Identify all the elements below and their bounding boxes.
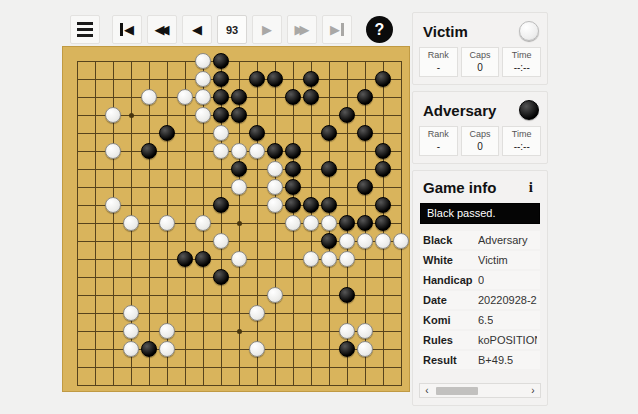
white-stone-icon <box>519 21 539 41</box>
black-stone[interactable] <box>303 197 319 213</box>
black-stone[interactable] <box>285 161 301 177</box>
white-stone[interactable] <box>267 161 283 177</box>
hoshi-point <box>129 113 134 118</box>
player-panel-white: Victim Rank-Caps0Time--:-- <box>412 12 548 85</box>
game-info-panel: Game info i Black passed. BlackAdversary… <box>412 170 548 406</box>
white-player-stats: Rank-Caps0Time--:-- <box>419 47 541 77</box>
help-button[interactable]: ? <box>366 16 393 43</box>
black-stone[interactable] <box>285 197 301 213</box>
white-stone[interactable] <box>303 215 319 231</box>
white-stone[interactable] <box>339 323 355 339</box>
black-stone[interactable] <box>339 287 355 303</box>
white-stone[interactable] <box>267 197 283 213</box>
fast-forward-button-icon: ▶▶ <box>295 23 305 36</box>
black-stone[interactable] <box>321 125 337 141</box>
white-stone[interactable] <box>393 233 409 249</box>
black-stone-icon <box>519 100 539 120</box>
white-stone[interactable] <box>231 143 247 159</box>
black-stone[interactable] <box>321 233 337 249</box>
horizontal-scrollbar[interactable]: ‹ › <box>419 383 541 398</box>
game-info-rows: BlackAdversaryWhiteVictimHandicap0Date20… <box>419 231 541 369</box>
grid-line <box>77 277 402 278</box>
white-stat-rank: Rank- <box>419 47 458 77</box>
black-stone[interactable] <box>303 71 319 87</box>
black-player-stats: Rank-Caps0Time--:-- <box>419 126 541 156</box>
white-stone[interactable] <box>105 197 121 213</box>
white-stone[interactable] <box>231 179 247 195</box>
black-stone[interactable] <box>357 215 373 231</box>
game-info-row: ResultB+49.5 <box>420 351 540 369</box>
white-stone[interactable] <box>123 215 139 231</box>
black-stone[interactable] <box>177 251 193 267</box>
white-stone[interactable] <box>195 215 211 231</box>
black-stone[interactable] <box>375 197 391 213</box>
white-stone[interactable] <box>159 341 175 357</box>
white-player-name: Victim <box>423 23 468 40</box>
scroll-left-icon[interactable]: ‹ <box>420 384 434 397</box>
white-stone[interactable] <box>339 233 355 249</box>
game-info-row: Date20220928-22 <box>420 291 540 309</box>
black-stone[interactable] <box>357 179 373 195</box>
white-stone[interactable] <box>357 341 373 357</box>
fast-rewind-button-icon: ◀◀ <box>155 23 165 36</box>
grid-line <box>257 61 258 386</box>
white-stone[interactable] <box>213 233 229 249</box>
black-stone[interactable] <box>249 71 265 87</box>
black-stone[interactable] <box>267 143 283 159</box>
first-move-button[interactable]: ◀ <box>112 15 142 44</box>
white-stone[interactable] <box>123 305 139 321</box>
white-stone[interactable] <box>159 215 175 231</box>
black-stat-caps: Caps0 <box>461 126 500 156</box>
white-stone[interactable] <box>105 143 121 159</box>
menu-button[interactable] <box>70 15 100 44</box>
move-counter: 93 <box>217 15 247 44</box>
black-stone[interactable] <box>231 107 247 123</box>
black-stone[interactable] <box>267 71 283 87</box>
black-stone[interactable] <box>213 269 229 285</box>
game-info-row: Handicap0 <box>420 271 540 289</box>
navigation-toolbar: ◀◀◀◀93▶▶▶▶? <box>70 15 393 44</box>
scroll-right-icon[interactable]: › <box>526 384 540 397</box>
first-move-button-icon: ◀ <box>120 23 134 36</box>
grid-line <box>77 367 402 368</box>
white-stone[interactable] <box>141 89 157 105</box>
last-move-button[interactable]: ▶ <box>322 15 352 44</box>
white-stone[interactable] <box>159 323 175 339</box>
white-stone[interactable] <box>231 251 247 267</box>
white-stone[interactable] <box>285 215 301 231</box>
black-stone[interactable] <box>339 341 355 357</box>
white-stone[interactable] <box>321 215 337 231</box>
grid-line <box>275 61 276 386</box>
grid-line <box>401 61 402 386</box>
black-stone[interactable] <box>195 251 211 267</box>
scrollbar-thumb[interactable] <box>436 387 478 395</box>
black-stone[interactable] <box>141 143 157 159</box>
next-move-button[interactable]: ▶ <box>252 15 282 44</box>
black-stone[interactable] <box>213 53 229 69</box>
white-stone[interactable] <box>357 233 373 249</box>
white-stone[interactable] <box>195 53 211 69</box>
black-stone[interactable] <box>375 215 391 231</box>
black-stone[interactable] <box>303 89 319 105</box>
black-stone[interactable] <box>321 197 337 213</box>
white-stat-time: Time--:-- <box>502 47 541 77</box>
white-stone[interactable] <box>105 107 121 123</box>
black-stone[interactable] <box>375 71 391 87</box>
white-stone[interactable] <box>195 89 211 105</box>
fast-forward-button[interactable]: ▶▶ <box>287 15 317 44</box>
white-stone[interactable] <box>321 251 337 267</box>
black-stone[interactable] <box>375 161 391 177</box>
black-stone[interactable] <box>159 125 175 141</box>
black-stone[interactable] <box>285 143 301 159</box>
black-stone[interactable] <box>213 71 229 87</box>
game-info-row: WhiteVictim <box>420 251 540 269</box>
hoshi-point <box>237 221 242 226</box>
hamburger-menu-icon <box>77 22 93 37</box>
fast-rewind-button[interactable]: ◀◀ <box>147 15 177 44</box>
black-stone[interactable] <box>285 179 301 195</box>
black-stone[interactable] <box>285 89 301 105</box>
black-stone[interactable] <box>249 125 265 141</box>
go-game-viewer: ◀◀◀◀93▶▶▶▶? Victim Rank-Caps0Time--:-- A… <box>0 0 638 414</box>
white-stone[interactable] <box>267 287 283 303</box>
black-stone[interactable] <box>213 89 229 105</box>
white-stat-caps: Caps0 <box>461 47 500 77</box>
previous-move-button-icon: ◀ <box>192 23 202 36</box>
black-stone[interactable] <box>213 197 229 213</box>
black-stone[interactable] <box>321 161 337 177</box>
black-stone[interactable] <box>231 161 247 177</box>
black-stone[interactable] <box>339 215 355 231</box>
white-stone[interactable] <box>375 233 391 249</box>
next-move-button-icon: ▶ <box>262 23 272 36</box>
white-stone[interactable] <box>339 251 355 267</box>
hoshi-point <box>237 329 242 334</box>
go-board[interactable] <box>62 46 410 392</box>
black-stone[interactable] <box>231 89 247 105</box>
game-info-title: Game info <box>423 179 496 196</box>
info-icon[interactable]: i <box>529 179 537 196</box>
player-panel-black: Adversary Rank-Caps0Time--:-- <box>412 91 548 164</box>
black-stone[interactable] <box>375 143 391 159</box>
last-move-button-icon: ▶ <box>330 23 344 36</box>
white-stone[interactable] <box>195 107 211 123</box>
game-info-row: RuleskoPOSITIONA <box>420 331 540 349</box>
white-stone[interactable] <box>123 323 139 339</box>
white-stone[interactable] <box>267 179 283 195</box>
black-player-name: Adversary <box>423 102 496 119</box>
white-stone[interactable] <box>249 341 265 357</box>
black-stone[interactable] <box>357 125 373 141</box>
grid-line <box>77 385 402 386</box>
white-stone[interactable] <box>249 143 265 159</box>
black-stone[interactable] <box>213 107 229 123</box>
white-stone[interactable] <box>213 143 229 159</box>
black-stone[interactable] <box>141 341 157 357</box>
white-stone[interactable] <box>357 323 373 339</box>
white-stone[interactable] <box>177 89 193 105</box>
black-stat-rank: Rank- <box>419 126 458 156</box>
white-stone[interactable] <box>213 125 229 141</box>
sidebar: Victim Rank-Caps0Time--:-- Adversary Ran… <box>412 12 548 412</box>
black-stone[interactable] <box>339 107 355 123</box>
white-stone[interactable] <box>303 251 319 267</box>
white-stone[interactable] <box>195 71 211 87</box>
move-status-message: Black passed. <box>420 203 540 224</box>
black-stone[interactable] <box>357 89 373 105</box>
game-info-row: Komi6.5 <box>420 311 540 329</box>
white-stone[interactable] <box>249 305 265 321</box>
game-info-row: BlackAdversary <box>420 231 540 249</box>
black-stat-time: Time--:-- <box>502 126 541 156</box>
previous-move-button[interactable]: ◀ <box>182 15 212 44</box>
white-stone[interactable] <box>123 341 139 357</box>
